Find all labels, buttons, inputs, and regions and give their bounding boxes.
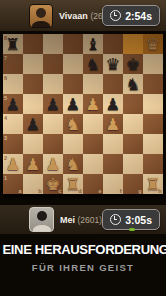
square-g2[interactable] [123, 154, 143, 174]
avatar-vivaan[interactable] [29, 4, 53, 28]
clock-time-top: 2:54s [125, 10, 152, 22]
file-label: f [120, 188, 122, 194]
file-label: a [18, 188, 21, 194]
white-piece-p-a2: ♟ [3, 154, 23, 174]
square-g1[interactable]: g [123, 174, 143, 194]
square-e6[interactable] [83, 74, 103, 94]
black-piece-n-e7: ♞ [83, 54, 103, 74]
white-piece-r-d1: ♜ [63, 174, 83, 194]
white-piece-n-d4: ♞ [63, 114, 83, 134]
square-c3[interactable] [43, 134, 63, 154]
square-c8[interactable] [43, 34, 63, 54]
white-piece-p-f4: ♟ [103, 114, 123, 134]
ad-copy: EINE HERAUSFORDERUNG FÜR IHREN GEIST [0, 242, 166, 273]
square-g6[interactable]: ♞ [123, 74, 143, 94]
square-e8[interactable]: ♝ [83, 34, 103, 54]
black-piece-b-e8: ♝ [83, 34, 103, 54]
player-name-bottom: Mei (2601) [60, 215, 102, 225]
square-b7[interactable] [23, 54, 43, 74]
square-f3[interactable] [103, 134, 123, 154]
rank-label: 7 [4, 55, 7, 61]
square-e2[interactable] [83, 154, 103, 174]
square-h8[interactable]: ♛ [143, 34, 163, 54]
white-piece-q-h8: ♛ [143, 34, 163, 54]
square-d4[interactable]: ♞ [63, 114, 83, 134]
clock-icon [110, 214, 121, 225]
square-d3[interactable] [63, 134, 83, 154]
square-g8[interactable] [123, 34, 143, 54]
avatar-mei[interactable] [29, 207, 54, 232]
black-piece-n-g6: ♞ [123, 74, 143, 94]
square-g3[interactable] [123, 134, 143, 154]
square-b1[interactable]: b [23, 174, 43, 194]
square-a8[interactable]: 8♜ [3, 34, 23, 54]
white-piece-n-d2: ♞ [63, 154, 83, 174]
square-e3[interactable] [83, 134, 103, 154]
square-d7[interactable] [63, 54, 83, 74]
square-b4[interactable]: ♟ [23, 114, 43, 134]
square-f8[interactable] [103, 34, 123, 54]
chess-board[interactable]: 8♜♝♛7♞♛♚6♞5♟♟♟♟♟4♟♞♟32♟♟♟♞1abc♚d♜efgh♜ [3, 34, 163, 194]
rank-label: 6 [4, 75, 7, 81]
black-piece-p-b4: ♟ [23, 114, 43, 134]
square-f2[interactable] [103, 154, 123, 174]
square-f4[interactable]: ♟ [103, 114, 123, 134]
square-a5[interactable]: 5♟ [3, 94, 23, 114]
clock-time-bottom: 3:05s [125, 214, 152, 226]
square-f7[interactable]: ♛ [103, 54, 123, 74]
square-f1[interactable]: f [103, 174, 123, 194]
clock-top: 2:54s [102, 5, 160, 26]
file-label: c [58, 188, 61, 194]
rank-label: 3 [4, 135, 7, 141]
square-c5[interactable]: ♟ [43, 94, 63, 114]
square-e5[interactable]: ♟ [83, 94, 103, 114]
white-piece-r-h1: ♜ [143, 174, 163, 194]
file-label: h [158, 188, 161, 194]
white-piece-p-b2: ♟ [23, 154, 43, 174]
player-rating: (2601) [78, 215, 103, 225]
player-bar-bottom: Mei (2601) 3:05s [0, 205, 166, 234]
square-a2[interactable]: 2♟ [3, 154, 23, 174]
app-screen: Vivaan (2640) 2:54s 8♜♝♛7♞♛♚6♞5♟♟♟♟♟4♟♞♟… [0, 0, 166, 296]
square-b2[interactable]: ♟ [23, 154, 43, 174]
square-a7[interactable]: 7 [3, 54, 23, 74]
square-g7[interactable]: ♚ [123, 54, 143, 74]
rank-label: 5 [4, 95, 7, 101]
black-piece-p-d5: ♟ [63, 94, 83, 114]
square-d5[interactable]: ♟ [63, 94, 83, 114]
square-h6[interactable] [143, 74, 163, 94]
square-b3[interactable] [23, 134, 43, 154]
rank-label: 2 [4, 155, 7, 161]
square-h4[interactable] [143, 114, 163, 134]
square-h7[interactable] [143, 54, 163, 74]
black-piece-q-f7: ♛ [103, 54, 123, 74]
rank-label: 4 [4, 115, 7, 121]
white-piece-p-c2: ♟ [43, 154, 63, 174]
clock-icon [110, 10, 121, 21]
square-d1[interactable]: d♜ [63, 174, 83, 194]
square-d2[interactable]: ♞ [63, 154, 83, 174]
square-h1[interactable]: h♜ [143, 174, 163, 194]
square-g4[interactable] [123, 114, 143, 134]
square-g5[interactable] [123, 94, 143, 114]
file-label: g [138, 188, 141, 194]
square-c1[interactable]: c♚ [43, 174, 63, 194]
white-piece-p-e5: ♟ [83, 94, 103, 114]
square-e4[interactable] [83, 114, 103, 134]
online-indicator [129, 228, 135, 231]
rank-label: 8 [4, 35, 7, 41]
square-f6[interactable] [103, 74, 123, 94]
square-c6[interactable] [43, 74, 63, 94]
square-d6[interactable] [63, 74, 83, 94]
square-c7[interactable] [43, 54, 63, 74]
square-c4[interactable] [43, 114, 63, 134]
file-label: e [98, 188, 101, 194]
square-a1[interactable]: 1a [3, 174, 23, 194]
black-piece-p-a5: ♟ [3, 94, 23, 114]
file-label: b [38, 188, 41, 194]
black-piece-p-f5: ♟ [103, 94, 123, 114]
square-d8[interactable] [63, 34, 83, 54]
rank-label: 1 [4, 175, 7, 181]
square-f5[interactable]: ♟ [103, 94, 123, 114]
black-piece-r-a8: ♜ [3, 34, 23, 54]
file-label: d [78, 188, 81, 194]
square-c2[interactable]: ♟ [43, 154, 63, 174]
ad-headline: EINE HERAUSFORDERUNG [2, 242, 163, 257]
player-bar-top: Vivaan (2640) 2:54s [0, 0, 166, 31]
square-e7[interactable]: ♞ [83, 54, 103, 74]
square-h2[interactable] [143, 154, 163, 174]
square-b8[interactable] [23, 34, 43, 54]
black-piece-p-c5: ♟ [43, 94, 63, 114]
square-h5[interactable] [143, 94, 163, 114]
black-piece-k-g7: ♚ [123, 54, 143, 74]
clock-bottom: 3:05s [102, 209, 160, 230]
square-a3[interactable]: 3 [3, 134, 23, 154]
square-b6[interactable] [23, 74, 43, 94]
square-a4[interactable]: 4 [3, 114, 23, 134]
player-name-text: Mei [60, 215, 75, 225]
square-b5[interactable] [23, 94, 43, 114]
square-h3[interactable] [143, 134, 163, 154]
player-name-text: Vivaan [59, 11, 88, 21]
white-piece-k-c1: ♚ [43, 174, 63, 194]
ad-subline: FÜR IHREN GEIST [0, 262, 166, 273]
square-a6[interactable]: 6 [3, 74, 23, 94]
square-e1[interactable]: e [83, 174, 103, 194]
